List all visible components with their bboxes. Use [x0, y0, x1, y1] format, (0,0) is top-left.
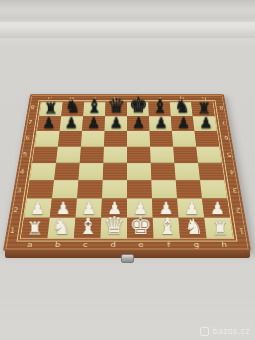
square-b5 [56, 147, 81, 163]
piece-black-pawn: ♟ [64, 116, 77, 131]
square-e7: ♟ [127, 116, 149, 131]
square-f7: ♟ [149, 116, 172, 131]
piece-white-pawn: ♟ [158, 200, 173, 217]
square-a5 [32, 147, 58, 163]
square-c1: ♝ [74, 218, 101, 238]
square-a8: ♜ [39, 102, 63, 116]
file-label: e [127, 95, 149, 102]
watermark-text: bazos.cz [212, 327, 250, 336]
square-a6 [35, 131, 60, 147]
square-h1: ♜ [204, 218, 233, 238]
board-scene: abcdefgh abcdefgh 87654321 87654321 ♜♞♝♛… [0, 0, 255, 340]
piece-white-pawn: ♟ [55, 200, 70, 217]
square-h3 [200, 180, 227, 198]
square-h8: ♜ [191, 102, 215, 116]
piece-white-pawn: ♟ [106, 200, 121, 217]
square-f3 [151, 180, 177, 198]
piece-black-pawn: ♟ [87, 116, 100, 131]
square-a4 [30, 163, 56, 180]
file-label: g [171, 95, 194, 102]
square-c8: ♝ [83, 102, 105, 116]
piece-black-pawn: ♟ [176, 116, 189, 131]
square-f8: ♝ [148, 102, 170, 116]
square-g5 [173, 147, 198, 163]
square-g6 [172, 131, 196, 147]
square-e4 [127, 163, 151, 180]
file-label: f [149, 95, 171, 102]
square-g7: ♟ [171, 116, 195, 131]
square-d3 [102, 180, 127, 198]
square-b3 [52, 180, 78, 198]
file-label: h [193, 95, 216, 102]
square-g4 [174, 163, 200, 180]
square-e1: ♚ [127, 218, 154, 238]
square-c6 [81, 131, 105, 147]
piece-black-rook: ♜ [43, 100, 57, 115]
piece-black-pawn: ♟ [199, 116, 212, 131]
square-f6 [149, 131, 173, 147]
piece-black-pawn: ♟ [132, 116, 145, 131]
square-h2: ♟ [202, 199, 230, 218]
file-labels-top: abcdefgh [38, 95, 215, 102]
square-d7: ♟ [105, 116, 127, 131]
rank-label: 3 [228, 181, 242, 200]
square-b1: ♞ [47, 218, 75, 238]
chess-board: abcdefgh abcdefgh 87654321 87654321 ♜♞♝♛… [3, 94, 251, 251]
watermark: bazos.cz [200, 327, 250, 336]
square-c5 [80, 147, 104, 163]
board-field: ♜♞♝♛♚♝♞♜♟♟♟♟♟♟♟♟♟♟♟♟♟♟♟♟♜♞♝♛♚♝♞♜ [21, 102, 233, 238]
rank-label: 6 [220, 130, 233, 146]
square-e8: ♚ [127, 102, 149, 116]
square-f2: ♟ [152, 199, 178, 218]
file-label: c [83, 95, 105, 102]
rank-label: 8 [215, 100, 227, 114]
square-a1: ♜ [21, 218, 50, 238]
square-d1: ♛ [100, 218, 127, 238]
piece-white-bishop: ♝ [77, 215, 97, 238]
square-e2: ♟ [127, 199, 153, 218]
square-a7: ♟ [37, 116, 61, 131]
piece-white-pawn: ♟ [184, 200, 199, 217]
playing-field-frame: ♜♞♝♛♚♝♞♜♟♟♟♟♟♟♟♟♟♟♟♟♟♟♟♟♜♞♝♛♚♝♞♜ [16, 100, 237, 241]
square-e5 [127, 147, 151, 163]
square-d6 [104, 131, 127, 147]
square-d4 [103, 163, 127, 180]
square-d2: ♟ [101, 199, 127, 218]
square-e3 [127, 180, 152, 198]
piece-white-bishop: ♝ [157, 215, 177, 238]
rank-label: 5 [223, 146, 236, 163]
square-g3 [176, 180, 202, 198]
piece-white-pawn: ♟ [209, 200, 224, 217]
square-g8: ♞ [170, 102, 193, 116]
square-h7: ♟ [193, 116, 217, 131]
piece-white-knight: ♞ [184, 216, 203, 238]
piece-black-rook: ♜ [197, 100, 211, 115]
piece-white-pawn: ♟ [29, 200, 44, 217]
piece-black-pawn: ♟ [109, 116, 122, 131]
rank-label: 7 [218, 115, 230, 130]
square-f1: ♝ [153, 218, 180, 238]
rank-label: 4 [225, 163, 239, 181]
square-h5 [196, 147, 222, 163]
square-b8: ♞ [61, 102, 84, 116]
square-h4 [198, 163, 224, 180]
square-b2: ♟ [50, 199, 77, 218]
piece-white-pawn: ♟ [81, 200, 96, 217]
piece-white-rook: ♜ [26, 219, 43, 238]
square-e6 [127, 131, 150, 147]
square-f4 [151, 163, 176, 180]
square-d8: ♛ [105, 102, 127, 116]
square-g1: ♞ [178, 218, 206, 238]
square-c3 [77, 180, 103, 198]
piece-white-pawn: ♟ [132, 200, 147, 217]
square-a3 [27, 180, 54, 198]
square-a2: ♟ [24, 199, 52, 218]
piece-white-knight: ♞ [51, 216, 70, 238]
file-label: a [38, 95, 61, 102]
square-b6 [58, 131, 82, 147]
square-b7: ♟ [60, 116, 84, 131]
square-b4 [54, 163, 80, 180]
piece-black-pawn: ♟ [42, 116, 55, 131]
piece-black-pawn: ♟ [154, 116, 167, 131]
chess-listing-photo: { "game": "chess", "position": { "fen": … [0, 0, 255, 340]
square-c7: ♟ [82, 116, 105, 131]
square-c2: ♟ [76, 199, 102, 218]
file-label: d [105, 95, 127, 102]
square-g2: ♟ [177, 199, 204, 218]
file-label: b [61, 95, 84, 102]
rank-label: 2 [231, 200, 246, 220]
metal-clasp [121, 254, 134, 263]
square-h6 [194, 131, 219, 147]
square-d5 [103, 147, 127, 163]
square-f5 [150, 147, 174, 163]
piece-white-rook: ♜ [211, 219, 228, 238]
watermark-logo-icon [200, 327, 209, 336]
square-c4 [78, 163, 103, 180]
rank-label: 1 [234, 220, 249, 241]
